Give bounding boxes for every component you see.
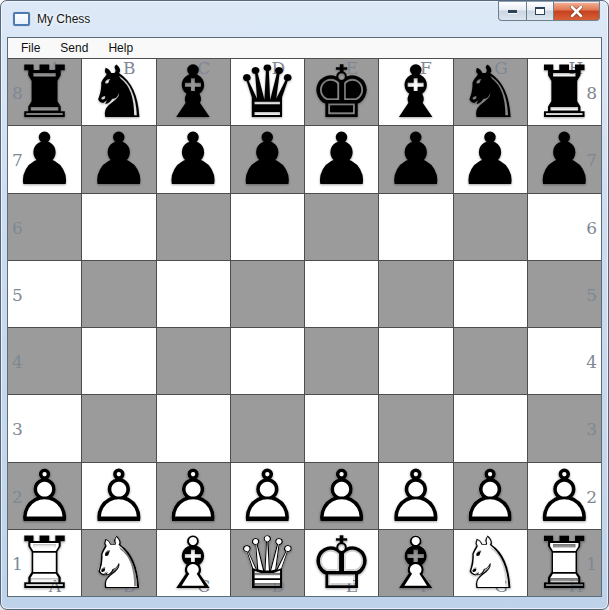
rank-label: 4 [12, 354, 23, 371]
rank-label: 5 [12, 287, 23, 304]
title-bar[interactable]: My Chess [7, 1, 602, 37]
square-e1[interactable]: E♚♔ [305, 530, 378, 596]
square-a6[interactable]: 6 [8, 194, 81, 260]
piece-black-queen: ♛ [235, 59, 300, 125]
square-a2[interactable]: 2♟♙ [8, 463, 81, 529]
square-b7[interactable]: ♟ [82, 126, 155, 192]
square-f4[interactable] [379, 328, 452, 394]
square-d4[interactable] [231, 328, 304, 394]
close-icon [570, 6, 583, 17]
file-label: C [197, 60, 210, 77]
square-h4[interactable]: 4 [528, 328, 601, 394]
piece-white-queen: ♛♕ [235, 530, 300, 596]
client-area: File Send Help A8♜B♞C♝D♛E♚F♝G♞H8♜7♟♟♟♟♟♟… [7, 37, 602, 597]
piece-black-knight: ♞ [458, 59, 523, 125]
square-f8[interactable]: F♝ [379, 59, 452, 125]
piece-black-pawn: ♟ [12, 126, 77, 192]
square-g5[interactable] [454, 261, 527, 327]
square-g6[interactable] [454, 194, 527, 260]
square-h7[interactable]: 7♟ [528, 126, 601, 192]
close-button[interactable] [554, 1, 600, 21]
file-label: H [568, 578, 583, 595]
square-e7[interactable]: ♟ [305, 126, 378, 192]
square-h1[interactable]: H1♜♖ [528, 530, 601, 596]
rank-label: 3 [586, 421, 597, 438]
rank-label: 7 [586, 152, 597, 169]
rank-label: 6 [586, 219, 597, 236]
square-f6[interactable] [379, 194, 452, 260]
square-d7[interactable]: ♟ [231, 126, 304, 192]
square-d3[interactable] [231, 395, 304, 461]
square-a3[interactable]: 3 [8, 395, 81, 461]
app-icon [13, 12, 30, 26]
rank-label: 1 [586, 556, 597, 573]
piece-black-pawn: ♟ [161, 126, 226, 192]
square-d2[interactable]: ♟♙ [231, 463, 304, 529]
square-h8[interactable]: H8♜ [528, 59, 601, 125]
square-g7[interactable]: ♟ [454, 126, 527, 192]
chess-board: A8♜B♞C♝D♛E♚F♝G♞H8♜7♟♟♟♟♟♟♟7♟665544332♟♙♟… [8, 58, 601, 596]
rank-label: 1 [12, 556, 23, 573]
file-label: A [49, 60, 61, 77]
menu-item-file[interactable]: File [11, 38, 50, 58]
square-g3[interactable] [454, 395, 527, 461]
square-e6[interactable] [305, 194, 378, 260]
rank-label: 2 [586, 488, 597, 505]
file-label: B [123, 60, 136, 77]
file-label: D [271, 60, 285, 77]
square-a4[interactable]: 4 [8, 328, 81, 394]
square-a7[interactable]: 7♟ [8, 126, 81, 192]
rank-label: 3 [12, 421, 23, 438]
rank-label: 8 [12, 85, 23, 102]
file-label: G [494, 578, 508, 595]
square-c8[interactable]: C♝ [157, 59, 230, 125]
file-label: C [197, 578, 210, 595]
piece-white-pawn: ♟♙ [532, 463, 597, 529]
piece-white-pawn: ♟♙ [12, 463, 77, 529]
square-g2[interactable]: ♟♙ [454, 463, 527, 529]
square-g4[interactable] [454, 328, 527, 394]
square-b1[interactable]: B♞♘ [82, 530, 155, 596]
file-label: B [123, 578, 136, 595]
piece-black-bishop: ♝ [384, 59, 449, 125]
square-g1[interactable]: G♞♘ [454, 530, 527, 596]
square-h2[interactable]: 2♟♙ [528, 463, 601, 529]
piece-black-pawn: ♟ [532, 126, 597, 192]
minimize-icon [508, 10, 517, 13]
square-b3[interactable] [82, 395, 155, 461]
square-b4[interactable] [82, 328, 155, 394]
piece-white-pawn: ♟♙ [309, 463, 374, 529]
square-d5[interactable] [231, 261, 304, 327]
file-label: G [494, 60, 508, 77]
rank-label: 5 [586, 287, 597, 304]
file-label: E [346, 60, 358, 77]
square-b8[interactable]: B♞ [82, 59, 155, 125]
square-c3[interactable] [157, 395, 230, 461]
piece-black-pawn: ♟ [309, 126, 374, 192]
file-label: E [346, 578, 358, 595]
square-a8[interactable]: A8♜ [8, 59, 81, 125]
square-e3[interactable] [305, 395, 378, 461]
piece-black-pawn: ♟ [87, 126, 152, 192]
piece-black-king: ♚ [309, 59, 374, 125]
piece-white-pawn: ♟♙ [235, 463, 300, 529]
square-h6[interactable]: 6 [528, 194, 601, 260]
piece-white-knight: ♞♘ [458, 530, 523, 596]
piece-white-pawn: ♟♙ [87, 463, 152, 529]
piece-black-rook: ♜ [12, 59, 77, 125]
square-d6[interactable] [231, 194, 304, 260]
square-g8[interactable]: G♞ [454, 59, 527, 125]
square-a5[interactable]: 5 [8, 261, 81, 327]
square-f3[interactable] [379, 395, 452, 461]
square-b2[interactable]: ♟♙ [82, 463, 155, 529]
file-label: D [271, 578, 285, 595]
minimize-button[interactable] [498, 1, 527, 21]
square-e2[interactable]: ♟♙ [305, 463, 378, 529]
square-c6[interactable] [157, 194, 230, 260]
square-e8[interactable]: E♚ [305, 59, 378, 125]
square-b5[interactable] [82, 261, 155, 327]
piece-black-pawn: ♟ [384, 126, 449, 192]
file-label: A [49, 578, 61, 595]
file-label: H [568, 60, 583, 77]
piece-black-pawn: ♟ [458, 126, 523, 192]
square-h5[interactable]: 5 [528, 261, 601, 327]
caption-buttons [498, 1, 600, 21]
square-b6[interactable] [82, 194, 155, 260]
rank-label: 8 [586, 85, 597, 102]
square-d1[interactable]: D♛♕ [231, 530, 304, 596]
piece-white-rook: ♜♖ [12, 530, 77, 596]
square-c2[interactable]: ♟♙ [157, 463, 230, 529]
menu-bar: File Send Help [8, 38, 601, 58]
menu-item-send[interactable]: Send [50, 38, 98, 58]
square-e5[interactable] [305, 261, 378, 327]
rank-label: 2 [12, 488, 23, 505]
piece-white-rook: ♜♖ [532, 530, 597, 596]
piece-black-bishop: ♝ [161, 59, 226, 125]
piece-white-pawn: ♟♙ [161, 463, 226, 529]
maximize-button[interactable] [527, 1, 554, 21]
file-label: F [420, 60, 432, 77]
square-f5[interactable] [379, 261, 452, 327]
square-f2[interactable]: ♟♙ [379, 463, 452, 529]
square-h3[interactable]: 3 [528, 395, 601, 461]
square-c7[interactable]: ♟ [157, 126, 230, 192]
rank-label: 6 [12, 219, 23, 236]
piece-white-pawn: ♟♙ [384, 463, 449, 529]
piece-white-bishop: ♝♗ [161, 530, 226, 596]
piece-black-pawn: ♟ [235, 126, 300, 192]
file-label: F [420, 578, 432, 595]
square-d8[interactable]: D♛ [231, 59, 304, 125]
square-c4[interactable] [157, 328, 230, 394]
piece-white-knight: ♞♘ [87, 530, 152, 596]
square-a1[interactable]: A1♜♖ [8, 530, 81, 596]
square-c1[interactable]: C♝♗ [157, 530, 230, 596]
app-window: My Chess File Send Help A [0, 0, 609, 610]
rank-label: 4 [586, 354, 597, 371]
menu-item-help[interactable]: Help [98, 38, 143, 58]
piece-white-king: ♚♔ [309, 530, 374, 596]
piece-black-rook: ♜ [532, 59, 597, 125]
square-c5[interactable] [157, 261, 230, 327]
maximize-icon [535, 7, 545, 15]
piece-black-knight: ♞ [87, 59, 152, 125]
piece-white-bishop: ♝♗ [384, 530, 449, 596]
square-e4[interactable] [305, 328, 378, 394]
square-f1[interactable]: F♝♗ [379, 530, 452, 596]
square-f7[interactable]: ♟ [379, 126, 452, 192]
window-title: My Chess [37, 12, 90, 26]
rank-label: 7 [12, 152, 23, 169]
piece-white-pawn: ♟♙ [458, 463, 523, 529]
